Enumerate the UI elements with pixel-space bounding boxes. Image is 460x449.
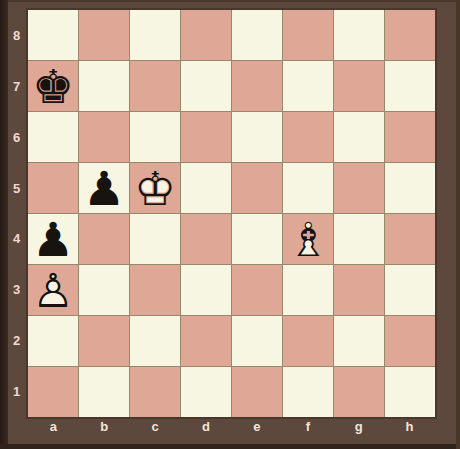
square-a7[interactable]: ♚ [28,61,78,111]
square-f7[interactable] [283,61,333,111]
piece-white-king[interactable]: ♔ [130,163,180,213]
square-h8[interactable] [385,10,435,60]
square-b7[interactable] [79,61,129,111]
rank-labels: 87654321 [7,10,26,417]
square-d3[interactable] [181,265,231,315]
file-label-f: f [282,419,333,444]
rank-label-3: 3 [7,264,26,315]
square-g6[interactable] [334,112,384,162]
square-e7[interactable] [232,61,282,111]
square-c8[interactable] [130,10,180,60]
square-e1[interactable] [232,367,282,417]
square-h2[interactable] [385,316,435,366]
square-b3[interactable] [79,265,129,315]
square-e8[interactable] [232,10,282,60]
square-a5[interactable] [28,163,78,213]
file-label-b: b [79,419,130,444]
rank-label-4: 4 [7,214,26,265]
square-a8[interactable] [28,10,78,60]
square-e2[interactable] [232,316,282,366]
square-f5[interactable] [283,163,333,213]
square-a3[interactable]: ♟♙ [28,265,78,315]
square-f6[interactable] [283,112,333,162]
square-d5[interactable] [181,163,231,213]
chess-board: ♚♟♚♔♟♝♗♟♙ [28,10,435,417]
square-d4[interactable] [181,214,231,264]
square-d2[interactable] [181,316,231,366]
rank-label-7: 7 [7,61,26,112]
square-b8[interactable] [79,10,129,60]
square-e5[interactable] [232,163,282,213]
square-a2[interactable] [28,316,78,366]
square-g2[interactable] [334,316,384,366]
square-f4[interactable]: ♝♗ [283,214,333,264]
square-c2[interactable] [130,316,180,366]
frame-right-edge [456,0,460,449]
square-d6[interactable] [181,112,231,162]
rank-label-5: 5 [7,163,26,214]
piece-black-pawn[interactable]: ♟ [28,214,78,264]
file-labels: abcdefgh [28,419,435,444]
square-h3[interactable] [385,265,435,315]
square-g3[interactable] [334,265,384,315]
square-c7[interactable] [130,61,180,111]
square-h5[interactable] [385,163,435,213]
square-d7[interactable] [181,61,231,111]
square-c1[interactable] [130,367,180,417]
square-c5[interactable]: ♚♔ [130,163,180,213]
square-d8[interactable] [181,10,231,60]
square-g7[interactable] [334,61,384,111]
square-e4[interactable] [232,214,282,264]
square-h4[interactable] [385,214,435,264]
square-h1[interactable] [385,367,435,417]
square-f1[interactable] [283,367,333,417]
square-b1[interactable] [79,367,129,417]
rank-label-2: 2 [7,315,26,366]
piece-black-king[interactable]: ♚ [28,61,78,111]
square-c3[interactable] [130,265,180,315]
file-label-e: e [232,419,283,444]
square-e3[interactable] [232,265,282,315]
square-h7[interactable] [385,61,435,111]
piece-fill-white-pawn: ♟ [28,265,78,315]
square-a6[interactable] [28,112,78,162]
board-frame: ♚♟♚♔♟♝♗♟♙ [26,8,437,419]
square-a1[interactable] [28,367,78,417]
rank-label-8: 8 [7,10,26,61]
square-b2[interactable] [79,316,129,366]
square-b4[interactable] [79,214,129,264]
frame-top-edge [0,0,460,2]
square-f8[interactable] [283,10,333,60]
square-d1[interactable] [181,367,231,417]
square-c4[interactable] [130,214,180,264]
piece-fill-white-bishop: ♝ [283,214,333,264]
file-label-d: d [181,419,232,444]
file-label-g: g [333,419,384,444]
square-f2[interactable] [283,316,333,366]
square-f3[interactable] [283,265,333,315]
piece-white-pawn[interactable]: ♙ [28,265,78,315]
file-label-h: h [384,419,435,444]
piece-fill-white-king: ♚ [130,163,180,213]
square-g1[interactable] [334,367,384,417]
square-g5[interactable] [334,163,384,213]
square-b6[interactable] [79,112,129,162]
chess-diagram: 87654321 ♚♟♚♔♟♝♗♟♙ abcdefgh [0,0,460,449]
square-h6[interactable] [385,112,435,162]
square-c6[interactable] [130,112,180,162]
file-label-a: a [28,419,79,444]
square-g4[interactable] [334,214,384,264]
file-label-c: c [130,419,181,444]
rank-label-6: 6 [7,112,26,163]
square-g8[interactable] [334,10,384,60]
square-b5[interactable]: ♟ [79,163,129,213]
square-a4[interactable]: ♟ [28,214,78,264]
frame-bottom-edge [0,444,460,449]
rank-label-1: 1 [7,366,26,417]
square-e6[interactable] [232,112,282,162]
piece-white-bishop[interactable]: ♗ [283,214,333,264]
piece-black-pawn[interactable]: ♟ [79,163,129,213]
